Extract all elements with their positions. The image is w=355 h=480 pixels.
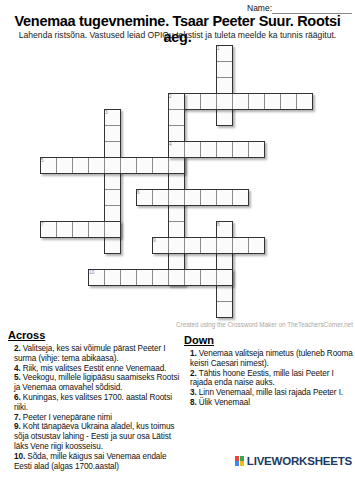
clue-number: 5 (41, 158, 44, 163)
clue-number: 10 (89, 270, 94, 275)
crossword-cell[interactable] (184, 269, 201, 286)
clue-across-2: 2. Valitseja, kes sai võimule pärast Pee… (14, 344, 180, 364)
liveworksheets-grid-icon (235, 456, 245, 466)
crossword-cell[interactable] (56, 157, 73, 174)
liveworksheets-wordmark: LIVEWORKSHEETS (247, 455, 352, 467)
across-clues-section: Across 2. Valitseja, kes sai võimule pär… (8, 329, 180, 471)
crossword-cell[interactable] (136, 269, 153, 286)
down-clues-section: Down 1. Venemaa valitseja nimetus (tulen… (184, 334, 353, 408)
crossword-cell[interactable] (200, 189, 217, 206)
crossword-cell[interactable] (168, 253, 185, 270)
crossword-cell[interactable] (200, 237, 217, 254)
crossword-cell[interactable] (104, 125, 121, 142)
crossword-cell[interactable] (216, 93, 233, 110)
crossword-cell[interactable] (72, 157, 89, 174)
logo-square (235, 461, 240, 466)
logo-square (235, 456, 240, 461)
crossword-cell[interactable] (104, 205, 121, 222)
crossword-cell[interactable] (168, 157, 185, 174)
crossword-cell[interactable] (72, 221, 89, 238)
clue-number: 6 (137, 190, 140, 195)
crossword-cell[interactable] (136, 157, 153, 174)
crossword-cell[interactable] (248, 93, 265, 110)
clue-across-5: 5. Veekogu, millele ligipääsu saamiseks … (14, 373, 180, 393)
crossword-grid: 12345678910 (0, 0, 355, 330)
crossword-cell[interactable] (184, 189, 201, 206)
clue-across-9: 9. Koht tänapäeva Ukraina aladel, kus to… (14, 422, 180, 451)
crossword-cell[interactable] (184, 141, 201, 158)
across-clue-list: 2. Valitseja, kes sai võimule pärast Pee… (8, 344, 180, 471)
crossword-cell[interactable] (104, 189, 121, 206)
crossword-cell[interactable] (104, 237, 121, 254)
crossword-cell[interactable] (216, 189, 233, 206)
crossword-cell[interactable] (120, 269, 137, 286)
crossword-cell[interactable] (56, 221, 73, 238)
clue-down-8: 8. Ülik Venemaal (190, 398, 353, 408)
clue-number: 8 (217, 222, 220, 227)
crossword-cell[interactable] (152, 189, 169, 206)
crossword-cell[interactable] (248, 237, 265, 254)
crossword-cell[interactable] (184, 93, 201, 110)
crossword-cell[interactable] (104, 269, 121, 286)
down-heading: Down (184, 334, 353, 346)
crossword-cell[interactable] (104, 157, 121, 174)
clue-number: 2 (169, 94, 172, 99)
crossword-cell[interactable] (216, 301, 233, 318)
clue-number: 3 (105, 110, 108, 115)
across-heading: Across (8, 329, 180, 341)
clue-across-7: 7. Peeter I venepärane nimi (14, 413, 180, 423)
crossword-cell[interactable] (120, 157, 137, 174)
clue-across-10: 10. Sõda, mille käigus sai Venemaa endal… (14, 452, 180, 472)
clue-down-1: 1. Venemaa valitseja nimetus (tuleneb Ro… (190, 349, 353, 369)
crossword-cell[interactable] (216, 61, 233, 78)
crossword-cell[interactable] (104, 173, 121, 190)
crossword-cell[interactable] (88, 221, 105, 238)
crossword-cell[interactable] (216, 285, 233, 302)
crossword-cell[interactable] (232, 141, 249, 158)
crossword-cell[interactable] (200, 269, 217, 286)
crossword-cell[interactable] (216, 269, 233, 286)
crossword-cell[interactable] (152, 269, 169, 286)
clue-across-6: 6. Kuningas, kes valitses 1700. aastal R… (14, 393, 180, 413)
liveworksheets-logo[interactable]: LIVEWORKSHEETS (235, 454, 352, 468)
crossword-cell[interactable] (216, 237, 233, 254)
crossword-cell[interactable] (88, 157, 105, 174)
crossword-cell[interactable] (280, 93, 297, 110)
crossword-cell[interactable] (168, 269, 185, 286)
crossword-cell[interactable] (232, 237, 249, 254)
clue-number: 9 (153, 238, 156, 243)
crossword-cell[interactable] (104, 221, 121, 238)
clue-down-2: 2. Tähtis hoone Eestis, mille lasi Peete… (190, 369, 353, 389)
crossword-cell[interactable] (248, 141, 265, 158)
crossword-cell[interactable] (232, 189, 249, 206)
crossword-cell[interactable] (216, 141, 233, 158)
clue-number: 7 (41, 222, 44, 227)
clue-number: 4 (169, 142, 172, 147)
clue-number: 1 (217, 46, 220, 51)
attribution-text: Created using the Crossword Maker on The… (0, 321, 353, 328)
crossword-cell[interactable] (168, 109, 185, 126)
clue-down-3: 3. Linn Venemaal, mille lasi rajada Peet… (190, 388, 353, 398)
crossword-cell[interactable] (168, 125, 185, 142)
crossword-cell[interactable] (264, 93, 281, 110)
crossword-cell[interactable] (168, 237, 185, 254)
crossword-cell[interactable] (200, 141, 217, 158)
crossword-cell[interactable] (168, 221, 185, 238)
crossword-cell[interactable] (184, 237, 201, 254)
crossword-cell[interactable] (168, 173, 185, 190)
crossword-cell[interactable] (152, 157, 169, 174)
crossword-cell[interactable] (216, 77, 233, 94)
crossword-cell[interactable] (232, 93, 249, 110)
crossword-cell[interactable] (296, 93, 313, 110)
crossword-cell[interactable] (168, 189, 185, 206)
down-clue-list: 1. Venemaa valitseja nimetus (tuleneb Ro… (184, 349, 353, 408)
clue-across-4: 4. Riik, mis valitses Eestit enne Venema… (14, 364, 180, 374)
logo-square (240, 461, 245, 466)
logo-square (240, 456, 245, 461)
crossword-cell[interactable] (216, 109, 233, 126)
crossword-cell[interactable] (216, 253, 233, 270)
crossword-cell[interactable] (200, 93, 217, 110)
crossword-cell[interactable] (168, 205, 185, 222)
crossword-cell[interactable] (104, 141, 121, 158)
